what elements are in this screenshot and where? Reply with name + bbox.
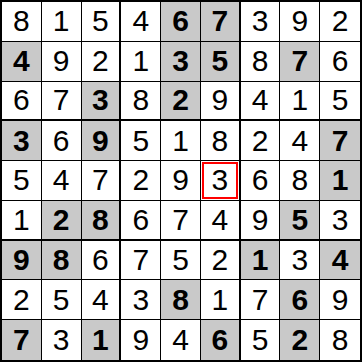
- cell-r6c5[interactable]: 7: [161, 201, 201, 241]
- cell-r9c6[interactable]: 6: [201, 320, 241, 360]
- cell-r8c6[interactable]: 1: [201, 280, 241, 320]
- cell-r3c2[interactable]: 7: [42, 82, 82, 122]
- cell-r2c4[interactable]: 1: [121, 42, 161, 82]
- cell-r4c1[interactable]: 3: [2, 121, 42, 161]
- cell-r5c7[interactable]: 6: [241, 161, 281, 201]
- cell-r7c8[interactable]: 3: [280, 241, 320, 281]
- cell-r3c4[interactable]: 8: [121, 82, 161, 122]
- cell-r1c7[interactable]: 3: [241, 2, 281, 42]
- cell-r9c5[interactable]: 4: [161, 320, 201, 360]
- cell-r2c9[interactable]: 6: [320, 42, 360, 82]
- cell-r5c2[interactable]: 4: [42, 161, 82, 201]
- cell-r9c4[interactable]: 9: [121, 320, 161, 360]
- cell-r3c5[interactable]: 2: [161, 82, 201, 122]
- cell-r7c7[interactable]: 1: [241, 241, 281, 281]
- cell-r1c3[interactable]: 5: [82, 2, 122, 42]
- cell-r4c2[interactable]: 6: [42, 121, 82, 161]
- cell-r5c1[interactable]: 5: [2, 161, 42, 201]
- cell-r6c2[interactable]: 2: [42, 201, 82, 241]
- cell-r5c6[interactable]: 3: [201, 161, 241, 201]
- cell-r3c7[interactable]: 4: [241, 82, 281, 122]
- cell-r4c3[interactable]: 9: [82, 121, 122, 161]
- cell-r1c4[interactable]: 4: [121, 2, 161, 42]
- cell-r9c8[interactable]: 2: [280, 320, 320, 360]
- cell-r3c6[interactable]: 9: [201, 82, 241, 122]
- cell-r3c3[interactable]: 3: [82, 82, 122, 122]
- cell-r4c6[interactable]: 8: [201, 121, 241, 161]
- cell-r9c9[interactable]: 8: [320, 320, 360, 360]
- cell-r9c3[interactable]: 1: [82, 320, 122, 360]
- cell-r5c3[interactable]: 7: [82, 161, 122, 201]
- cell-r7c2[interactable]: 8: [42, 241, 82, 281]
- cell-r6c1[interactable]: 1: [2, 201, 42, 241]
- cell-r8c4[interactable]: 3: [121, 280, 161, 320]
- cell-r4c8[interactable]: 4: [280, 121, 320, 161]
- cell-r6c9[interactable]: 3: [320, 201, 360, 241]
- cell-r3c8[interactable]: 1: [280, 82, 320, 122]
- cell-r4c4[interactable]: 5: [121, 121, 161, 161]
- cell-r3c9[interactable]: 5: [320, 82, 360, 122]
- cell-r6c4[interactable]: 6: [121, 201, 161, 241]
- cell-r1c6[interactable]: 7: [201, 2, 241, 42]
- cell-r8c3[interactable]: 4: [82, 280, 122, 320]
- selected-cell-outline: [202, 162, 238, 199]
- cell-r3c1[interactable]: 6: [2, 82, 42, 122]
- cell-r8c1[interactable]: 2: [2, 280, 42, 320]
- cell-r6c8[interactable]: 5: [280, 201, 320, 241]
- cell-r7c4[interactable]: 7: [121, 241, 161, 281]
- cell-r9c7[interactable]: 5: [241, 320, 281, 360]
- cell-r2c8[interactable]: 7: [280, 42, 320, 82]
- cell-r2c3[interactable]: 2: [82, 42, 122, 82]
- cell-r8c2[interactable]: 5: [42, 280, 82, 320]
- cell-r1c5[interactable]: 6: [161, 2, 201, 42]
- cell-r2c5[interactable]: 3: [161, 42, 201, 82]
- cell-r6c3[interactable]: 8: [82, 201, 122, 241]
- cell-r4c7[interactable]: 2: [241, 121, 281, 161]
- cell-r9c2[interactable]: 3: [42, 320, 82, 360]
- cell-r7c6[interactable]: 2: [201, 241, 241, 281]
- cell-r5c9[interactable]: 1: [320, 161, 360, 201]
- cell-r8c9[interactable]: 9: [320, 280, 360, 320]
- cell-r6c7[interactable]: 9: [241, 201, 281, 241]
- sudoku-board: 8154673924921358766738294153695182475472…: [0, 0, 362, 362]
- cell-r1c9[interactable]: 2: [320, 2, 360, 42]
- cell-r1c2[interactable]: 1: [42, 2, 82, 42]
- cell-r5c4[interactable]: 2: [121, 161, 161, 201]
- cell-r7c5[interactable]: 5: [161, 241, 201, 281]
- cell-r2c7[interactable]: 8: [241, 42, 281, 82]
- cell-r6c6[interactable]: 4: [201, 201, 241, 241]
- cell-r8c7[interactable]: 7: [241, 280, 281, 320]
- cell-r2c6[interactable]: 5: [201, 42, 241, 82]
- cell-r7c9[interactable]: 4: [320, 241, 360, 281]
- cell-r5c5[interactable]: 9: [161, 161, 201, 201]
- cell-r1c8[interactable]: 9: [280, 2, 320, 42]
- cell-r2c2[interactable]: 9: [42, 42, 82, 82]
- cell-r2c1[interactable]: 4: [2, 42, 42, 82]
- cell-r9c1[interactable]: 7: [2, 320, 42, 360]
- cell-r5c8[interactable]: 8: [280, 161, 320, 201]
- cell-r1c1[interactable]: 8: [2, 2, 42, 42]
- cell-r7c1[interactable]: 9: [2, 241, 42, 281]
- cell-r8c8[interactable]: 6: [280, 280, 320, 320]
- cell-r4c9[interactable]: 7: [320, 121, 360, 161]
- cell-r8c5[interactable]: 8: [161, 280, 201, 320]
- cell-r7c3[interactable]: 6: [82, 241, 122, 281]
- cell-r4c5[interactable]: 1: [161, 121, 201, 161]
